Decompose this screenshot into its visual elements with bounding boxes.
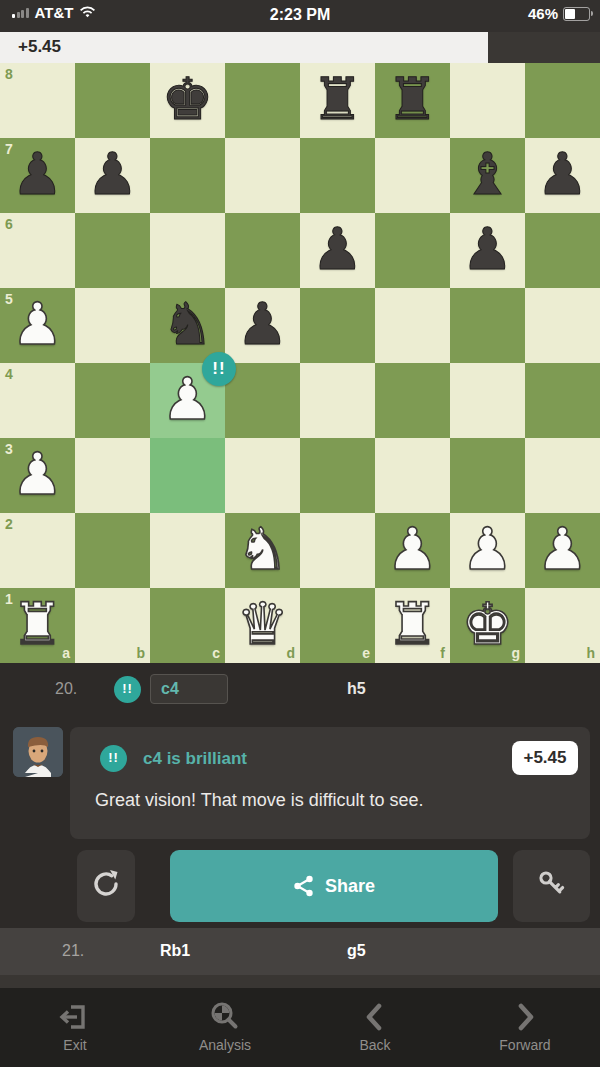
square-h2[interactable]: ♟ (525, 513, 600, 588)
back-icon (300, 998, 450, 1036)
square-b7[interactable]: ♟ (75, 138, 150, 213)
analysis-label: Analysis (150, 1037, 300, 1053)
square-f7[interactable] (375, 138, 450, 213)
move-number: 21. (62, 942, 84, 960)
square-e5[interactable] (300, 288, 375, 363)
square-f8[interactable]: ♜ (375, 63, 450, 138)
selected-move-box[interactable]: c4 (150, 674, 228, 704)
brilliant-icon: !! (100, 745, 127, 772)
rank-label-6: 6 (5, 217, 13, 231)
bottom-nav: Exit Analysis Back Forward (0, 988, 600, 1067)
square-f3[interactable] (375, 438, 450, 513)
eval-badge: +5.45 (512, 741, 578, 775)
square-c2[interactable] (150, 513, 225, 588)
square-d8[interactable] (225, 63, 300, 138)
square-c1[interactable]: c (150, 588, 225, 663)
square-a2[interactable]: 2 (0, 513, 75, 588)
rank-label-2: 2 (5, 517, 13, 531)
black-pawn-b7: ♟ (75, 138, 150, 213)
analysis-icon (150, 998, 300, 1036)
key-icon (535, 867, 569, 905)
black-pawn-g6: ♟ (450, 213, 525, 288)
square-g6[interactable]: ♟ (450, 213, 525, 288)
brilliant-move-icon: !! (114, 676, 141, 703)
exit-label: Exit (0, 1037, 150, 1053)
square-d3[interactable] (225, 438, 300, 513)
battery-icon (563, 7, 590, 21)
status-bar: AT&T 2:23 PM 46% (0, 0, 600, 32)
move-number: 20. (55, 680, 77, 698)
black-pawn-h7: ♟ (525, 138, 600, 213)
analysis-nav-button[interactable]: Analysis (150, 988, 300, 1067)
clock: 2:23 PM (0, 6, 600, 24)
share-button[interactable]: Share (170, 850, 498, 922)
square-a4[interactable]: 4 (0, 363, 75, 438)
file-label-d: d (286, 646, 295, 660)
square-b6[interactable] (75, 213, 150, 288)
nav-divider (0, 975, 600, 988)
square-d1[interactable]: d♛ (225, 588, 300, 663)
black-pawn-d5: ♟ (225, 288, 300, 363)
share-icon (293, 875, 315, 897)
square-d2[interactable]: ♞ (225, 513, 300, 588)
square-d6[interactable] (225, 213, 300, 288)
black-rook-e8: ♜ (300, 63, 375, 138)
square-h4[interactable] (525, 363, 600, 438)
rank-label-3: 3 (5, 442, 13, 456)
rank-label-5: 5 (5, 292, 13, 306)
exit-nav-button[interactable]: Exit (0, 988, 150, 1067)
black-move-h5[interactable]: h5 (347, 680, 366, 698)
battery-percent: 46% (528, 5, 558, 22)
rank-label-8: 8 (5, 67, 13, 81)
square-h5[interactable] (525, 288, 600, 363)
square-e4[interactable] (300, 363, 375, 438)
square-e2[interactable] (300, 513, 375, 588)
square-b1[interactable]: b (75, 588, 150, 663)
square-c3[interactable] (150, 438, 225, 513)
square-d4[interactable] (225, 363, 300, 438)
square-d7[interactable] (225, 138, 300, 213)
move-row-21[interactable]: 21. Rb1 g5 (0, 928, 600, 975)
back-nav-button[interactable]: Back (300, 988, 450, 1067)
move-row-20: 20. h5 (0, 667, 600, 713)
square-h7[interactable]: ♟ (525, 138, 600, 213)
square-f6[interactable] (375, 213, 450, 288)
forward-nav-button[interactable]: Forward (450, 988, 600, 1067)
retry-button[interactable] (77, 850, 135, 922)
square-e6[interactable]: ♟ (300, 213, 375, 288)
white-move-rb1[interactable]: Rb1 (160, 942, 190, 960)
forward-label: Forward (450, 1037, 600, 1053)
square-a8[interactable]: 8 (0, 63, 75, 138)
black-bishop-g7: ♝ (450, 138, 525, 213)
square-h6[interactable] (525, 213, 600, 288)
back-label: Back (300, 1037, 450, 1053)
black-move-g5[interactable]: g5 (347, 942, 366, 960)
white-pawn-g2: ♟ (450, 513, 525, 588)
square-a3[interactable]: 3♟ (0, 438, 75, 513)
square-e7[interactable] (300, 138, 375, 213)
file-label-c: c (212, 646, 220, 660)
square-h3[interactable] (525, 438, 600, 513)
key-moments-button[interactable] (513, 850, 590, 922)
square-e3[interactable] (300, 438, 375, 513)
move-feedback-panel: !! c4 is brilliant +5.45 Great vision! T… (70, 727, 590, 839)
square-h1[interactable]: h (525, 588, 600, 663)
file-label-a: a (62, 646, 70, 660)
chess-app-screen: AT&T 2:23 PM 46% +5.45 8♚♜♜7♟♟♝♟6♟♟5♟♞♟4… (0, 0, 600, 1067)
brilliant-move-badge: !! (202, 352, 236, 386)
square-d5[interactable]: ♟ (225, 288, 300, 363)
share-label: Share (325, 876, 375, 897)
black-pawn-e6: ♟ (300, 213, 375, 288)
square-b8[interactable] (75, 63, 150, 138)
square-f2[interactable]: ♟ (375, 513, 450, 588)
retry-icon (89, 867, 123, 905)
square-e1[interactable]: e (300, 588, 375, 663)
black-king-c8: ♚ (150, 63, 225, 138)
rank-label-1: 1 (5, 592, 13, 606)
square-a1[interactable]: 1a♜ (0, 588, 75, 663)
square-b4[interactable] (75, 363, 150, 438)
square-g1[interactable]: g♚ (450, 588, 525, 663)
rank-label-7: 7 (5, 142, 13, 156)
square-b5[interactable] (75, 288, 150, 363)
evaluation-bar: +5.45 (0, 32, 600, 63)
square-g2[interactable]: ♟ (450, 513, 525, 588)
rank-label-4: 4 (5, 367, 13, 381)
square-a7[interactable]: 7♟ (0, 138, 75, 213)
square-h8[interactable] (525, 63, 600, 138)
file-label-g: g (511, 646, 520, 660)
feedback-title: c4 is brilliant (143, 749, 247, 769)
square-g4[interactable] (450, 363, 525, 438)
square-g8[interactable] (450, 63, 525, 138)
square-e8[interactable]: ♜ (300, 63, 375, 138)
square-g5[interactable] (450, 288, 525, 363)
exit-icon (0, 998, 150, 1036)
file-label-e: e (362, 646, 370, 660)
square-b3[interactable] (75, 438, 150, 513)
white-move-c4: c4 (161, 680, 227, 698)
square-f5[interactable] (375, 288, 450, 363)
square-c7[interactable] (150, 138, 225, 213)
white-pawn-h2: ♟ (525, 513, 600, 588)
forward-icon (450, 998, 600, 1036)
white-rook-f1: ♜ (375, 588, 450, 663)
square-g7[interactable]: ♝ (450, 138, 525, 213)
square-b2[interactable] (75, 513, 150, 588)
square-c8[interactable]: ♚ (150, 63, 225, 138)
square-a5[interactable]: 5♟ (0, 288, 75, 363)
chess-board: 8♚♜♜7♟♟♝♟6♟♟5♟♞♟4♟3♟2♞♟♟♟1a♜bcd♛ef♜g♚h!! (0, 63, 600, 663)
evaluation-score: +5.45 (18, 37, 61, 57)
square-f4[interactable] (375, 363, 450, 438)
coach-avatar (13, 727, 63, 777)
white-pawn-f2: ♟ (375, 513, 450, 588)
square-c6[interactable] (150, 213, 225, 288)
file-label-b: b (136, 646, 145, 660)
feedback-text: Great vision! That move is difficult to … (95, 790, 423, 811)
square-a6[interactable]: 6 (0, 213, 75, 288)
file-label-h: h (586, 646, 595, 660)
file-label-f: f (440, 646, 445, 660)
white-knight-d2: ♞ (225, 513, 300, 588)
square-f1[interactable]: f♜ (375, 588, 450, 663)
square-g3[interactable] (450, 438, 525, 513)
evaluation-bar-white-fill (0, 32, 488, 63)
black-rook-f8: ♜ (375, 63, 450, 138)
